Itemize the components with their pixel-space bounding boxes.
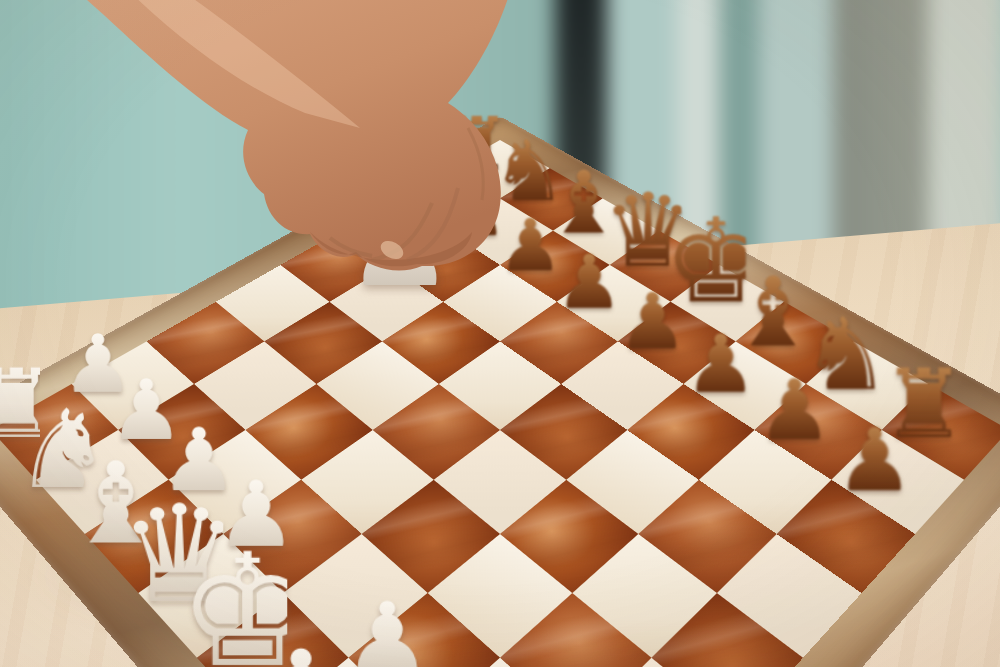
hand-arm-shape bbox=[78, 0, 510, 270]
chess-photo-scene: ♜♞♝♛♚♝♞♜♟♟♟♟♟♟♟♟♟♟♟♟♟♟♟♜♞♝♛♚♝♞♜ ♟ bbox=[0, 0, 1000, 667]
player-hand bbox=[0, 0, 1000, 667]
